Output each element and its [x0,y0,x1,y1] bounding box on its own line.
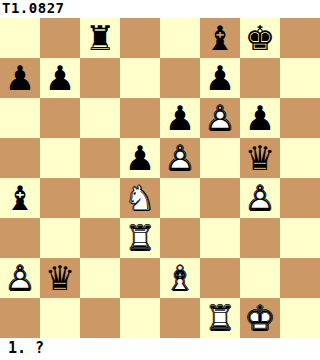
square-g8[interactable]: ♚ [240,18,280,58]
square-d1[interactable] [120,298,160,338]
square-e6[interactable]: ♟ [160,98,200,138]
square-h4[interactable] [280,178,320,218]
black-queen-icon: ♛ [40,258,80,298]
square-c6[interactable] [80,98,120,138]
square-f8[interactable]: ♝ [200,18,240,58]
square-h5[interactable] [280,138,320,178]
chess-board: ♜♝♚♟♟♟♟♟♙♟♟♟♙♛♝♞♘♟♙♜♖♟♙♛♝♗♜♖♚♔ [0,18,320,338]
square-h8[interactable] [280,18,320,58]
square-c7[interactable] [80,58,120,98]
square-a1[interactable] [0,298,40,338]
square-d7[interactable] [120,58,160,98]
square-h7[interactable] [280,58,320,98]
square-g4[interactable]: ♟♙ [240,178,280,218]
black-pawn[interactable]: ♟ [200,58,240,98]
white-knight[interactable]: ♞♘ [120,178,160,218]
square-d8[interactable] [120,18,160,58]
square-d2[interactable] [120,258,160,298]
black-pawn[interactable]: ♟ [120,138,160,178]
square-a2[interactable]: ♟♙ [0,258,40,298]
puzzle-id: T1.0827 [0,0,320,18]
white-knight-icon: ♞ [120,178,160,218]
square-b6[interactable] [40,98,80,138]
black-rook-icon: ♜ [80,18,120,58]
black-pawn-icon: ♟ [0,58,40,98]
black-pawn-icon: ♟ [240,98,280,138]
black-bishop[interactable]: ♝ [200,18,240,58]
square-b3[interactable] [40,218,80,258]
black-pawn[interactable]: ♟ [40,58,80,98]
square-e1[interactable] [160,298,200,338]
square-d3[interactable]: ♜♖ [120,218,160,258]
square-a7[interactable]: ♟ [0,58,40,98]
square-h3[interactable] [280,218,320,258]
square-e3[interactable] [160,218,200,258]
white-rook[interactable]: ♜♖ [200,298,240,338]
square-a6[interactable] [0,98,40,138]
square-b7[interactable]: ♟ [40,58,80,98]
square-g3[interactable] [240,218,280,258]
square-e7[interactable] [160,58,200,98]
square-g6[interactable]: ♟ [240,98,280,138]
white-pawn-outline-icon: ♙ [240,178,280,218]
black-bishop[interactable]: ♝ [0,178,40,218]
black-pawn[interactable]: ♟ [0,58,40,98]
black-pawn-icon: ♟ [120,138,160,178]
black-king-icon: ♚ [240,18,280,58]
square-e2[interactable]: ♝♗ [160,258,200,298]
square-c8[interactable]: ♜ [80,18,120,58]
square-b8[interactable] [40,18,80,58]
square-f4[interactable] [200,178,240,218]
white-pawn-outline-icon: ♙ [160,138,200,178]
white-pawn-icon: ♟ [240,178,280,218]
white-bishop-outline-icon: ♗ [160,258,200,298]
black-queen-icon: ♛ [240,138,280,178]
square-h2[interactable] [280,258,320,298]
square-b2[interactable]: ♛ [40,258,80,298]
black-bishop-icon: ♝ [200,18,240,58]
black-pawn-icon: ♟ [200,58,240,98]
square-a3[interactable] [0,218,40,258]
white-rook[interactable]: ♜♖ [120,218,160,258]
white-pawn-icon: ♟ [200,98,240,138]
square-g5[interactable]: ♛ [240,138,280,178]
white-king[interactable]: ♚♔ [240,298,280,338]
white-bishop[interactable]: ♝♗ [160,258,200,298]
square-h1[interactable] [280,298,320,338]
black-pawn-icon: ♟ [160,98,200,138]
square-e5[interactable]: ♟♙ [160,138,200,178]
white-pawn-outline-icon: ♙ [0,258,40,298]
square-f7[interactable]: ♟ [200,58,240,98]
white-pawn[interactable]: ♟♙ [240,178,280,218]
white-rook-icon: ♜ [120,218,160,258]
white-knight-outline-icon: ♘ [120,178,160,218]
square-c4[interactable] [80,178,120,218]
square-e8[interactable] [160,18,200,58]
square-g1[interactable]: ♚♔ [240,298,280,338]
black-pawn[interactable]: ♟ [240,98,280,138]
white-pawn[interactable]: ♟♙ [0,258,40,298]
square-a8[interactable] [0,18,40,58]
black-pawn-icon: ♟ [40,58,80,98]
white-bishop-icon: ♝ [160,258,200,298]
square-a5[interactable] [0,138,40,178]
move-prompt: 1. ? [0,338,320,360]
square-b5[interactable] [40,138,80,178]
square-c3[interactable] [80,218,120,258]
square-f2[interactable] [200,258,240,298]
square-g2[interactable] [240,258,280,298]
white-pawn[interactable]: ♟♙ [200,98,240,138]
white-rook-icon: ♜ [200,298,240,338]
white-pawn-icon: ♟ [0,258,40,298]
white-rook-outline-icon: ♖ [200,298,240,338]
white-pawn-icon: ♟ [160,138,200,178]
square-d6[interactable] [120,98,160,138]
square-c5[interactable] [80,138,120,178]
white-pawn[interactable]: ♟♙ [160,138,200,178]
square-f1[interactable]: ♜♖ [200,298,240,338]
square-d5[interactable]: ♟ [120,138,160,178]
square-h6[interactable] [280,98,320,138]
square-c1[interactable] [80,298,120,338]
white-king-icon: ♚ [240,298,280,338]
square-e4[interactable] [160,178,200,218]
square-g7[interactable] [240,58,280,98]
black-queen[interactable]: ♛ [240,138,280,178]
white-pawn-outline-icon: ♙ [200,98,240,138]
black-rook[interactable]: ♜ [80,18,120,58]
black-queen[interactable]: ♛ [40,258,80,298]
square-b4[interactable] [40,178,80,218]
black-pawn[interactable]: ♟ [160,98,200,138]
square-a4[interactable]: ♝ [0,178,40,218]
black-king[interactable]: ♚ [240,18,280,58]
white-king-outline-icon: ♔ [240,298,280,338]
square-f3[interactable] [200,218,240,258]
square-c2[interactable] [80,258,120,298]
white-rook-outline-icon: ♖ [120,218,160,258]
square-f6[interactable]: ♟♙ [200,98,240,138]
square-b1[interactable] [40,298,80,338]
black-bishop-icon: ♝ [0,178,40,218]
square-f5[interactable] [200,138,240,178]
square-d4[interactable]: ♞♘ [120,178,160,218]
